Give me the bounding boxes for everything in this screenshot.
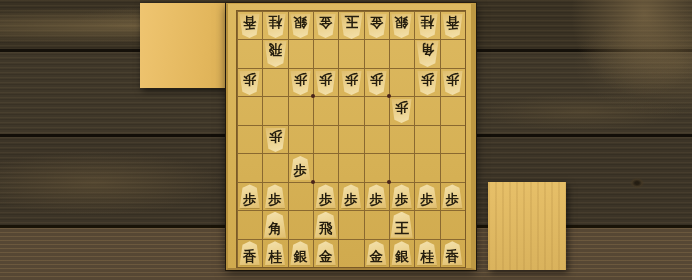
board-grid[interactable]: 香桂銀金玉金銀桂香飛角歩歩歩歩歩歩歩歩歩歩歩歩歩歩歩歩歩歩角飛王香桂銀金金銀桂香 bbox=[236, 10, 466, 268]
piece-kanji: 香 bbox=[243, 250, 257, 266]
piece-pawn-sente[interactable]: 歩 bbox=[391, 184, 412, 208]
piece-gold-sente[interactable]: 金 bbox=[315, 241, 336, 265]
piece-kanji: 歩 bbox=[344, 193, 358, 209]
piece-kanji: 飛 bbox=[268, 41, 282, 57]
piece-gold-sente[interactable]: 金 bbox=[366, 241, 387, 265]
piece-kanji: 歩 bbox=[395, 99, 409, 115]
piece-knight-sente[interactable]: 桂 bbox=[265, 241, 286, 265]
piece-gold-gote[interactable]: 金 bbox=[366, 14, 387, 38]
piece-kanji: 歩 bbox=[268, 193, 282, 209]
hoshi-dot bbox=[387, 94, 391, 98]
piece-pawn-sente[interactable]: 歩 bbox=[239, 184, 260, 208]
piece-silver-sente[interactable]: 銀 bbox=[290, 241, 311, 265]
piece-kanji: 歩 bbox=[446, 193, 460, 209]
table-background: 香桂銀金玉金銀桂香飛角歩歩歩歩歩歩歩歩歩歩歩歩歩歩歩歩歩歩角飛王香桂銀金金銀桂香 bbox=[0, 0, 692, 280]
piece-kanji: 玉 bbox=[344, 13, 359, 30]
piece-kanji: 香 bbox=[243, 14, 257, 30]
piece-rook-gote[interactable]: 飛 bbox=[264, 41, 287, 67]
piece-lance-sente[interactable]: 香 bbox=[442, 241, 463, 265]
piece-pawn-sente[interactable]: 歩 bbox=[341, 184, 362, 208]
piece-kanji: 歩 bbox=[420, 71, 434, 87]
piece-lance-gote[interactable]: 香 bbox=[239, 14, 260, 38]
piece-pawn-gote[interactable]: 歩 bbox=[315, 71, 336, 95]
komadai-sente[interactable] bbox=[488, 182, 566, 270]
hoshi-dot bbox=[387, 180, 391, 184]
piece-kanji: 金 bbox=[319, 14, 333, 30]
piece-kanji: 歩 bbox=[319, 71, 333, 87]
piece-pawn-gote[interactable]: 歩 bbox=[442, 71, 463, 95]
piece-kanji: 王 bbox=[394, 221, 409, 238]
piece-kanji: 歩 bbox=[243, 71, 257, 87]
piece-kanji: 銀 bbox=[395, 14, 409, 30]
piece-lance-sente[interactable]: 香 bbox=[239, 241, 260, 265]
piece-pawn-sente[interactable]: 歩 bbox=[417, 184, 438, 208]
piece-kanji: 歩 bbox=[344, 71, 358, 87]
piece-pawn-sente[interactable]: 歩 bbox=[366, 184, 387, 208]
piece-silver-gote[interactable]: 銀 bbox=[391, 14, 412, 38]
piece-bishop-sente[interactable]: 角 bbox=[264, 212, 287, 238]
piece-kanji: 金 bbox=[370, 250, 384, 266]
piece-kanji: 歩 bbox=[420, 193, 434, 209]
piece-pawn-sente[interactable]: 歩 bbox=[290, 156, 311, 180]
piece-pawn-sente[interactable]: 歩 bbox=[442, 184, 463, 208]
piece-rook-sente[interactable]: 飛 bbox=[314, 212, 337, 238]
piece-kanji: 銀 bbox=[294, 14, 308, 30]
wood-knot bbox=[630, 178, 644, 188]
piece-pawn-gote[interactable]: 歩 bbox=[239, 71, 260, 95]
piece-gold-gote[interactable]: 金 bbox=[315, 14, 336, 38]
piece-pawn-gote[interactable]: 歩 bbox=[391, 99, 412, 123]
piece-kanji: 金 bbox=[370, 14, 384, 30]
piece-pawn-gote[interactable]: 歩 bbox=[290, 71, 311, 95]
piece-kanji: 桂 bbox=[420, 14, 434, 30]
piece-pawn-gote[interactable]: 歩 bbox=[417, 71, 438, 95]
piece-kanji: 銀 bbox=[395, 250, 409, 266]
piece-kanji: 歩 bbox=[294, 71, 308, 87]
piece-kanji: 歩 bbox=[370, 193, 384, 209]
piece-kanji: 香 bbox=[446, 14, 460, 30]
komadai-gote[interactable] bbox=[140, 3, 226, 88]
piece-kanji: 金 bbox=[319, 250, 333, 266]
piece-pawn-gote[interactable]: 歩 bbox=[341, 71, 362, 95]
piece-pawn-sente[interactable]: 歩 bbox=[265, 184, 286, 208]
piece-silver-gote[interactable]: 銀 bbox=[290, 14, 311, 38]
piece-kanji: 歩 bbox=[243, 193, 257, 209]
piece-kanji: 歩 bbox=[294, 164, 308, 180]
hoshi-dot bbox=[311, 94, 315, 98]
piece-knight-gote[interactable]: 桂 bbox=[265, 14, 286, 38]
piece-kanji: 歩 bbox=[319, 193, 333, 209]
piece-lance-gote[interactable]: 香 bbox=[442, 14, 463, 38]
piece-kanji: 銀 bbox=[294, 250, 308, 266]
piece-pawn-sente[interactable]: 歩 bbox=[315, 184, 336, 208]
piece-king-sente[interactable]: 王 bbox=[390, 212, 413, 238]
piece-kanji: 歩 bbox=[268, 128, 282, 144]
piece-kanji: 角 bbox=[420, 41, 434, 57]
hoshi-dot bbox=[311, 180, 315, 184]
piece-kanji: 歩 bbox=[395, 193, 409, 209]
piece-pawn-gote[interactable]: 歩 bbox=[366, 71, 387, 95]
piece-kanji: 飛 bbox=[319, 222, 333, 238]
piece-knight-gote[interactable]: 桂 bbox=[417, 14, 438, 38]
piece-kanji: 桂 bbox=[420, 250, 434, 266]
piece-pawn-gote[interactable]: 歩 bbox=[265, 128, 286, 152]
piece-silver-sente[interactable]: 銀 bbox=[391, 241, 412, 265]
piece-kanji: 歩 bbox=[370, 71, 384, 87]
piece-kanji: 歩 bbox=[446, 71, 460, 87]
piece-bishop-gote[interactable]: 角 bbox=[416, 41, 439, 67]
piece-kanji: 桂 bbox=[268, 250, 282, 266]
piece-king-gote[interactable]: 玉 bbox=[340, 13, 363, 39]
piece-knight-sente[interactable]: 桂 bbox=[417, 241, 438, 265]
piece-kanji: 桂 bbox=[268, 14, 282, 30]
shogi-board[interactable]: 香桂銀金玉金銀桂香飛角歩歩歩歩歩歩歩歩歩歩歩歩歩歩歩歩歩歩角飛王香桂銀金金銀桂香 bbox=[226, 3, 476, 270]
piece-kanji: 香 bbox=[446, 250, 460, 266]
piece-kanji: 角 bbox=[268, 222, 282, 238]
